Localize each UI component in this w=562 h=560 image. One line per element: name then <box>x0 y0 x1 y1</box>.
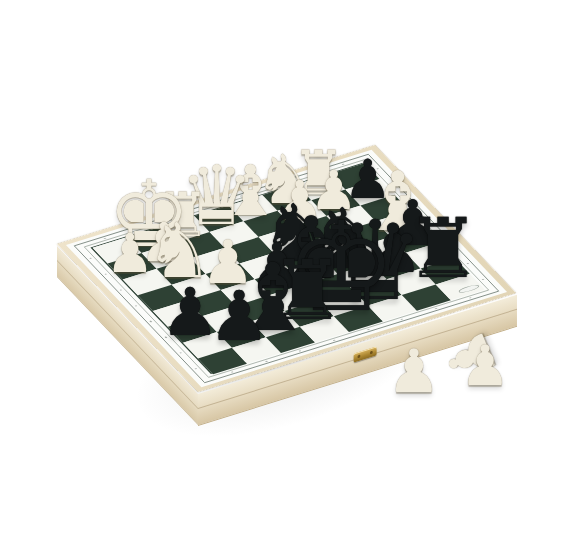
chess-set-photo: ♚♜♛♝♞♜♟♟♟♟♞♟♝♟♞♟♝♞♟♟♟♟♝♜♚♛♜♟♟♟ <box>0 0 562 560</box>
clasp-screw <box>370 351 373 355</box>
clasp-screw <box>357 355 360 359</box>
brass-clasp <box>354 346 377 362</box>
